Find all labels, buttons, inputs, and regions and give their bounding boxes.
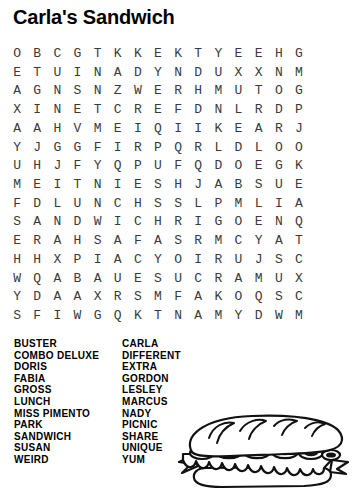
grid-cell-r15c13: D xyxy=(249,306,269,325)
grid-cell-r6c14: O xyxy=(269,138,289,157)
grid-cell-r14c3: A xyxy=(47,288,67,307)
grid-cell-r6c2: J xyxy=(27,138,47,157)
grid-cell-r14c6: R xyxy=(108,288,128,307)
grid-cell-r13c1: W xyxy=(7,269,27,288)
grid-cell-r13c5: A xyxy=(88,269,108,288)
grid-cell-r10c2: A xyxy=(27,213,47,232)
grid-cell-r2c11: U xyxy=(208,63,228,82)
grid-cell-r12c3: X xyxy=(47,250,67,269)
grid-cell-r15c7: K xyxy=(128,306,148,325)
grid-cell-r1c1: O xyxy=(7,44,27,63)
grid-cell-r12c2: H xyxy=(27,250,47,269)
grid-cell-r9c12: M xyxy=(228,194,248,213)
word-item: GORDON xyxy=(122,373,181,385)
grid-cell-r5c8: Q xyxy=(148,119,168,138)
grid-cell-r15c8: T xyxy=(148,306,168,325)
grid-cell-r1c3: C xyxy=(47,44,67,63)
grid-cell-r3c1: A xyxy=(7,81,27,100)
grid-cell-r1c15: G xyxy=(289,44,309,63)
grid-cell-r8c15: E xyxy=(289,175,309,194)
grid-cell-r6c13: L xyxy=(249,138,269,157)
word-item: EXTRA xyxy=(122,361,181,373)
grid-cell-r11c1: E xyxy=(7,231,27,250)
grid-cell-r3c12: U xyxy=(228,81,248,100)
word-item: SUSAN xyxy=(14,442,99,454)
word-item: LESLEY xyxy=(122,384,181,396)
puzzle-title: Carla's Sandwich xyxy=(13,6,175,29)
grid-cell-r7c9: F xyxy=(168,156,188,175)
grid-cell-r5c3: H xyxy=(47,119,67,138)
lettuce-spike-right xyxy=(330,460,348,474)
grid-cell-r12c9: O xyxy=(168,250,188,269)
grid-cell-r9c2: D xyxy=(27,194,47,213)
word-item: FABIA xyxy=(14,373,99,385)
grid-cell-r6c11: L xyxy=(208,138,228,157)
grid-cell-r1c6: K xyxy=(108,44,128,63)
grid-cell-r9c9: S xyxy=(168,194,188,213)
grid-cell-r14c15: C xyxy=(289,288,309,307)
grid-cell-r5c2: A xyxy=(27,119,47,138)
grid-cell-r7c12: O xyxy=(228,156,248,175)
grid-cell-r9c3: L xyxy=(47,194,67,213)
grid-cell-r3c13: T xyxy=(249,81,269,100)
grid-cell-r15c9: N xyxy=(168,306,188,325)
grid-cell-r11c10: R xyxy=(188,231,208,250)
grid-cell-r12c11: R xyxy=(208,250,228,269)
grid-cell-r5c15: J xyxy=(289,119,309,138)
grid-cell-r6c6: I xyxy=(108,138,128,157)
grid-cell-r13c3: A xyxy=(47,269,67,288)
word-item: COMBO DELUXE xyxy=(14,350,99,362)
grid-cell-r12c12: U xyxy=(228,250,248,269)
grid-cell-r11c8: A xyxy=(148,231,168,250)
grid-cell-r12c4: P xyxy=(67,250,87,269)
grid-cell-r12c10: I xyxy=(188,250,208,269)
grid-cell-r13c2: Q xyxy=(27,269,47,288)
grid-cell-r12c6: A xyxy=(108,250,128,269)
grid-cell-r9c8: S xyxy=(148,194,168,213)
grid-cell-r4c9: F xyxy=(168,100,188,119)
grid-cell-r11c2: R xyxy=(27,231,47,250)
grid-cell-r5c13: A xyxy=(249,119,269,138)
grid-cell-r5c12: E xyxy=(228,119,248,138)
grid-cell-r14c7: S xyxy=(128,288,148,307)
grid-cell-r1c12: E xyxy=(228,44,248,63)
grid-cell-r14c4: A xyxy=(67,288,87,307)
sandwich-illustration-icon xyxy=(176,412,352,498)
grid-cell-r2c6: A xyxy=(108,63,128,82)
grid-cell-r3c5: N xyxy=(88,81,108,100)
grid-cell-r4c11: N xyxy=(208,100,228,119)
word-item: YUM xyxy=(122,454,181,466)
word-item: GROSS xyxy=(14,384,99,396)
grid-cell-r14c8: M xyxy=(148,288,168,307)
word-list-column-2: CARLADIFFERENTEXTRAGORDONLESLEYMARCUSNAD… xyxy=(122,338,181,466)
grid-cell-r10c13: E xyxy=(249,213,269,232)
grid-cell-r4c14: D xyxy=(269,100,289,119)
grid-cell-r8c13: S xyxy=(249,175,269,194)
grid-cell-r7c3: J xyxy=(47,156,67,175)
grid-cell-r7c8: U xyxy=(148,156,168,175)
grid-cell-r3c14: O xyxy=(269,81,289,100)
grid-cell-r15c5: G xyxy=(88,306,108,325)
grid-cell-r8c14: U xyxy=(269,175,289,194)
grid-cell-r6c3: G xyxy=(47,138,67,157)
grid-cell-r1c13: E xyxy=(249,44,269,63)
grid-cell-r13c11: R xyxy=(208,269,228,288)
grid-cell-r3c15: G xyxy=(289,81,309,100)
grid-cell-r12c13: J xyxy=(249,250,269,269)
grid-cell-r8c2: E xyxy=(27,175,47,194)
grid-cell-r2c9: N xyxy=(168,63,188,82)
grid-cell-r9c13: L xyxy=(249,194,269,213)
word-item: DIFFERENT xyxy=(122,350,181,362)
grid-cell-r13c13: M xyxy=(249,269,269,288)
grid-cell-r3c10: H xyxy=(188,81,208,100)
word-item: WEIRD xyxy=(14,454,99,466)
grid-cell-r10c8: H xyxy=(148,213,168,232)
grid-cell-r15c10: A xyxy=(188,306,208,325)
grid-cell-r6c12: D xyxy=(228,138,248,157)
grid-cell-r10c14: N xyxy=(269,213,289,232)
grid-cell-r7c14: G xyxy=(269,156,289,175)
word-item: BUSTER xyxy=(14,338,99,350)
grid-cell-r12c7: C xyxy=(128,250,148,269)
grid-cell-r1c8: E xyxy=(148,44,168,63)
grid-cell-r7c7: P xyxy=(128,156,148,175)
grid-cell-r15c12: Y xyxy=(228,306,248,325)
grid-cell-r1c10: T xyxy=(188,44,208,63)
word-item: PICNIC xyxy=(122,419,181,431)
grid-cell-r1c4: G xyxy=(67,44,87,63)
grid-cell-r13c12: A xyxy=(228,269,248,288)
grid-cell-r7c15: K xyxy=(289,156,309,175)
grid-cell-r3c2: G xyxy=(27,81,47,100)
grid-cell-r9c1: F xyxy=(7,194,27,213)
word-item: NADY xyxy=(122,408,181,420)
grid-cell-r2c13: X xyxy=(249,63,269,82)
grid-cell-r11c14: A xyxy=(269,231,289,250)
grid-cell-r14c2: D xyxy=(27,288,47,307)
word-item: MARCUS xyxy=(122,396,181,408)
grid-cell-r10c4: D xyxy=(67,213,87,232)
grid-cell-r9c4: U xyxy=(67,194,87,213)
grid-cell-r6c7: R xyxy=(128,138,148,157)
grid-cell-r5c6: E xyxy=(108,119,128,138)
grid-cell-r13c4: B xyxy=(67,269,87,288)
grid-cell-r10c9: R xyxy=(168,213,188,232)
grid-cell-r5c7: I xyxy=(128,119,148,138)
grid-cell-r14c5: X xyxy=(88,288,108,307)
grid-cell-r11c5: S xyxy=(88,231,108,250)
grid-cell-r4c15: P xyxy=(289,100,309,119)
grid-cell-r15c2: F xyxy=(27,306,47,325)
word-item: CARLA xyxy=(122,338,181,350)
word-item: LUNCH xyxy=(14,396,99,408)
grid-cell-r15c4: W xyxy=(67,306,87,325)
word-item: PARK xyxy=(14,419,99,431)
grid-cell-r13c15: X xyxy=(289,269,309,288)
grid-cell-r3c7: W xyxy=(128,81,148,100)
grid-cell-r10c11: G xyxy=(208,213,228,232)
grid-cell-r11c11: M xyxy=(208,231,228,250)
grid-cell-r4c5: T xyxy=(88,100,108,119)
grid-cell-r11c4: H xyxy=(67,231,87,250)
grid-cell-r6c15: O xyxy=(289,138,309,157)
grid-cell-r14c11: K xyxy=(208,288,228,307)
grid-cell-r3c8: E xyxy=(148,81,168,100)
grid-cell-r7c1: U xyxy=(7,156,27,175)
grid-cell-r2c15: M xyxy=(289,63,309,82)
grid-cell-r2c5: N xyxy=(88,63,108,82)
grid-cell-r9c15: A xyxy=(289,194,309,213)
grid-cell-r13c6: U xyxy=(108,269,128,288)
grid-cell-r12c15: C xyxy=(289,250,309,269)
grid-cell-r1c5: T xyxy=(88,44,108,63)
grid-cell-r10c6: I xyxy=(108,213,128,232)
grid-cell-r5c1: A xyxy=(7,119,27,138)
grid-cell-r7c11: D xyxy=(208,156,228,175)
grid-cell-r3c3: N xyxy=(47,81,67,100)
grid-cell-r10c15: Q xyxy=(289,213,309,232)
grid-cell-r13c14: U xyxy=(269,269,289,288)
grid-cell-r4c8: E xyxy=(148,100,168,119)
grid-cell-r8c10: J xyxy=(188,175,208,194)
grid-cell-r3c6: Z xyxy=(108,81,128,100)
grid-cell-r8c11: A xyxy=(208,175,228,194)
grid-cell-r6c10: R xyxy=(188,138,208,157)
grid-cell-r3c4: S xyxy=(67,81,87,100)
worksheet-page: Carla's Sandwich OBCGTKKEKTYEEHGETUINADY… xyxy=(0,0,353,500)
grid-cell-r1c7: K xyxy=(128,44,148,63)
grid-cell-r11c3: A xyxy=(47,231,67,250)
grid-cell-r8c6: I xyxy=(108,175,128,194)
grid-cell-r4c12: L xyxy=(228,100,248,119)
grid-cell-r13c10: C xyxy=(188,269,208,288)
grid-cell-r9c5: N xyxy=(88,194,108,213)
grid-cell-r1c14: H xyxy=(269,44,289,63)
grid-cell-r10c1: S xyxy=(7,213,27,232)
grid-cell-r13c7: E xyxy=(128,269,148,288)
grid-cell-r15c15: M xyxy=(289,306,309,325)
grid-cell-r2c10: D xyxy=(188,63,208,82)
grid-cell-r12c1: H xyxy=(7,250,27,269)
grid-cell-r4c1: X xyxy=(7,100,27,119)
grid-cell-r1c9: K xyxy=(168,44,188,63)
grid-cell-r4c13: R xyxy=(249,100,269,119)
grid-cell-r10c5: W xyxy=(88,213,108,232)
grid-cell-r12c5: I xyxy=(88,250,108,269)
grid-cell-r7c13: E xyxy=(249,156,269,175)
grid-cell-r11c9: S xyxy=(168,231,188,250)
grid-cell-r10c12: O xyxy=(228,213,248,232)
grid-cell-r12c14: S xyxy=(269,250,289,269)
grid-cell-r5c11: K xyxy=(208,119,228,138)
grid-cell-r13c8: S xyxy=(148,269,168,288)
word-list-column-1: BUSTERCOMBO DELUXEDORISFABIAGROSSLUNCHMI… xyxy=(14,338,99,466)
grid-cell-r4c2: I xyxy=(27,100,47,119)
grid-cell-r14c12: O xyxy=(228,288,248,307)
grid-cell-r8c4: T xyxy=(67,175,87,194)
grid-cell-r14c10: A xyxy=(188,288,208,307)
grid-cell-r5c5: M xyxy=(88,119,108,138)
grid-cell-r4c4: E xyxy=(67,100,87,119)
grid-cell-r5c10: I xyxy=(188,119,208,138)
grid-cell-r6c9: Q xyxy=(168,138,188,157)
word-item: SANDWICH xyxy=(14,431,99,443)
word-item: MISS PIMENTO xyxy=(14,408,99,420)
grid-cell-r9c14: I xyxy=(269,194,289,213)
grid-cell-r15c14: W xyxy=(269,306,289,325)
grid-cell-r15c6: Q xyxy=(108,306,128,325)
grid-cell-r8c5: N xyxy=(88,175,108,194)
grid-cell-r8c9: H xyxy=(168,175,188,194)
grid-cell-r8c3: I xyxy=(47,175,67,194)
grid-cell-r2c12: X xyxy=(228,63,248,82)
grid-cell-r8c8: S xyxy=(148,175,168,194)
grid-cell-r12c8: Y xyxy=(148,250,168,269)
grid-cell-r11c7: F xyxy=(128,231,148,250)
grid-cell-r1c2: B xyxy=(27,44,47,63)
grid-cell-r13c9: U xyxy=(168,269,188,288)
word-item: DORIS xyxy=(14,361,99,373)
grid-cell-r8c7: E xyxy=(128,175,148,194)
grid-cell-r6c8: P xyxy=(148,138,168,157)
grid-cell-r14c1: Y xyxy=(7,288,27,307)
grid-cell-r14c13: Q xyxy=(249,288,269,307)
grid-cell-r7c10: Q xyxy=(188,156,208,175)
word-item: UNIQUE xyxy=(122,442,181,454)
grid-cell-r7c4: F xyxy=(67,156,87,175)
grid-cell-r2c2: T xyxy=(27,63,47,82)
grid-cell-r2c14: N xyxy=(269,63,289,82)
grid-cell-r5c4: V xyxy=(67,119,87,138)
grid-cell-r9c6: C xyxy=(108,194,128,213)
grid-cell-r11c13: Y xyxy=(249,231,269,250)
grid-cell-r2c3: U xyxy=(47,63,67,82)
grid-cell-r2c4: I xyxy=(67,63,87,82)
grid-cell-r4c3: N xyxy=(47,100,67,119)
grid-cell-r10c3: N xyxy=(47,213,67,232)
grid-cell-r10c10: I xyxy=(188,213,208,232)
grid-cell-r14c14: S xyxy=(269,288,289,307)
grid-cell-r5c14: R xyxy=(269,119,289,138)
grid-cell-r11c6: A xyxy=(108,231,128,250)
grid-cell-r7c2: H xyxy=(27,156,47,175)
grid-cell-r11c12: C xyxy=(228,231,248,250)
grid-cell-r9c11: P xyxy=(208,194,228,213)
grid-cell-r2c7: D xyxy=(128,63,148,82)
grid-cell-r4c10: D xyxy=(188,100,208,119)
grid-cell-r11c15: T xyxy=(289,231,309,250)
grid-cell-r6c1: Y xyxy=(7,138,27,157)
grid-cell-r14c9: F xyxy=(168,288,188,307)
grid-cell-r9c10: L xyxy=(188,194,208,213)
grid-cell-r6c5: F xyxy=(88,138,108,157)
grid-cell-r2c8: Y xyxy=(148,63,168,82)
grid-cell-r9c7: H xyxy=(128,194,148,213)
grid-cell-r8c1: M xyxy=(7,175,27,194)
grid-cell-r5c9: I xyxy=(168,119,188,138)
grid-cell-r7c5: Y xyxy=(88,156,108,175)
grid-cell-r15c11: M xyxy=(208,306,228,325)
grid-cell-r7c6: Q xyxy=(108,156,128,175)
grid-cell-r10c7: C xyxy=(128,213,148,232)
word-item: SHARE xyxy=(122,431,181,443)
grid-cell-r15c1: S xyxy=(7,306,27,325)
grid-cell-r6c4: G xyxy=(67,138,87,157)
grid-cell-r15c3: I xyxy=(47,306,67,325)
grid-cell-r4c7: R xyxy=(128,100,148,119)
grid-cell-r1c11: Y xyxy=(208,44,228,63)
grid-cell-r3c9: R xyxy=(168,81,188,100)
grid-cell-r3c11: M xyxy=(208,81,228,100)
grid-cell-r4c6: C xyxy=(108,100,128,119)
grid-cell-r2c1: E xyxy=(7,63,27,82)
word-search-grid: OBCGTKKEKTYEEHGETUINADYNDUXXNMAGNSNZWERH… xyxy=(7,44,309,325)
grid-cell-r8c12: B xyxy=(228,175,248,194)
